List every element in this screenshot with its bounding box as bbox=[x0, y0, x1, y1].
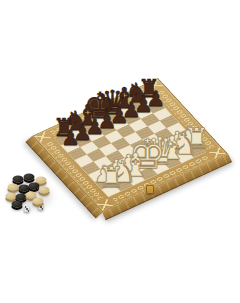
brass-clasp[interactable] bbox=[146, 185, 154, 194]
die[interactable] bbox=[37, 203, 44, 210]
backgammon-checker-light[interactable] bbox=[33, 198, 44, 205]
backgammon-checker-light[interactable] bbox=[39, 187, 50, 194]
backgammon-checker-light[interactable] bbox=[8, 184, 19, 191]
piece-white-rook-h1[interactable]: ♜ bbox=[99, 165, 124, 193]
backgammon-checker-black[interactable] bbox=[13, 176, 24, 183]
backgammon-checker-black[interactable] bbox=[12, 201, 23, 208]
backgammon-checker-black[interactable] bbox=[24, 174, 35, 181]
piece-black-pawn-h7[interactable]: ♟ bbox=[61, 127, 80, 148]
product-photo: ♜♞♝♛♚♝♞♜♟♟♟♟♟♟♟♟♟♟♟♟♟♟♟♟♜♞♝♛♚♝♞♜ bbox=[0, 0, 240, 303]
die[interactable] bbox=[23, 205, 30, 212]
